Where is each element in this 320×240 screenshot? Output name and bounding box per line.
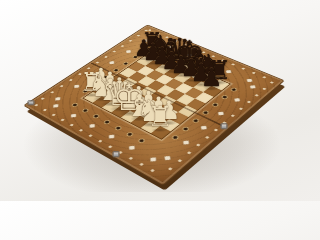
- dot-inlay: [98, 140, 102, 142]
- dot-inlay: [262, 88, 266, 90]
- diamond-inlay: [226, 70, 232, 73]
- dot-inlay: [70, 124, 74, 126]
- dot-inlay: [247, 101, 251, 103]
- diamond-inlay: [126, 50, 131, 53]
- dot-inlay: [252, 72, 255, 74]
- diamond-inlay: [92, 73, 97, 76]
- diamond-inlay: [142, 39, 147, 42]
- dot-inlay: [41, 97, 44, 99]
- dot-inlay: [196, 143, 200, 146]
- dot-inlay: [168, 167, 172, 170]
- dot-inlay: [150, 169, 154, 172]
- diamond-inlay: [206, 62, 211, 65]
- dot-inlay: [174, 40, 177, 42]
- diamond-inlay: [250, 85, 256, 88]
- dot-inlay: [148, 29, 151, 31]
- dot-inlay: [69, 79, 72, 81]
- diamond-inlay: [110, 61, 115, 64]
- dot-inlay: [35, 104, 39, 106]
- photo-scene: Hand-carved folding wooden chess set wit…: [0, 0, 300, 201]
- dot-inlay: [129, 40, 132, 42]
- dot-inlay: [221, 59, 224, 61]
- eye-inlay: [191, 118, 200, 124]
- dot-inlay: [52, 114, 56, 116]
- dot-inlay: [78, 73, 81, 75]
- dot-inlay: [60, 85, 63, 87]
- dot-inlay: [96, 61, 99, 63]
- diamond-inlay: [169, 46, 174, 49]
- dot-inlay: [79, 129, 83, 131]
- diamond-inlay: [164, 156, 170, 160]
- dot-inlay: [255, 94, 259, 96]
- diamond-inlay: [129, 146, 135, 150]
- eye-inlay: [131, 55, 139, 59]
- dot-inlay: [87, 67, 90, 69]
- dot-inlay: [89, 134, 93, 136]
- diamond-inlay: [218, 112, 224, 116]
- dot-inlay: [145, 30, 148, 32]
- diamond-inlay: [71, 114, 76, 118]
- diamond-inlay: [201, 126, 207, 130]
- dot-inlay: [270, 81, 274, 83]
- eye-inlay: [125, 131, 134, 137]
- diamond-inlay: [183, 140, 189, 144]
- eye-inlay: [171, 134, 180, 140]
- diamond-inlay: [187, 54, 192, 57]
- dot-inlay: [202, 51, 205, 53]
- diamond-inlay: [55, 97, 60, 100]
- dot-inlay: [231, 114, 235, 116]
- dot-inlay: [118, 151, 122, 154]
- dot-inlay: [242, 67, 245, 69]
- diamond-inlay: [74, 85, 79, 88]
- eye-inlay: [103, 119, 112, 125]
- dot-inlay: [239, 107, 243, 109]
- dot-inlay: [113, 50, 116, 52]
- dot-inlay: [214, 129, 218, 131]
- eye-inlay: [92, 82, 100, 87]
- dot-inlay: [121, 45, 124, 47]
- eye-inlay: [137, 138, 146, 144]
- dot-inlay: [183, 44, 186, 46]
- dot-inlay: [263, 76, 266, 78]
- dot-inlay: [51, 91, 54, 93]
- dot-inlay: [43, 109, 47, 111]
- eye-inlay: [181, 126, 190, 132]
- eye-inlay: [220, 94, 229, 99]
- eye-inlay: [230, 87, 239, 92]
- diamond-inlay: [150, 157, 156, 161]
- dot-inlay: [187, 151, 191, 154]
- eye-inlay: [114, 125, 123, 131]
- dot-inlay: [140, 163, 144, 166]
- diamond-inlay: [234, 98, 240, 102]
- dot-inlay: [137, 35, 140, 37]
- dot-inlay: [193, 47, 196, 49]
- dot-inlay: [231, 63, 234, 65]
- eye-inlay: [92, 114, 101, 119]
- dot-inlay: [205, 136, 209, 139]
- dot-inlay: [212, 55, 215, 57]
- eye-inlay: [112, 68, 120, 73]
- eye-inlay: [71, 102, 80, 107]
- diamond-inlay: [109, 135, 114, 139]
- diamond-inlay: [151, 39, 156, 42]
- eye-inlay: [122, 61, 130, 66]
- eye-inlay: [141, 49, 149, 53]
- eye-inlay: [81, 108, 90, 113]
- dot-inlay: [61, 119, 65, 121]
- dot-inlay: [108, 145, 112, 148]
- eye-inlay: [211, 102, 220, 107]
- diamond-inlay: [53, 104, 58, 108]
- dot-inlay: [166, 36, 169, 38]
- dot-inlay: [157, 33, 160, 35]
- dot-inlay: [129, 157, 133, 160]
- diamond-inlay: [247, 79, 253, 82]
- dot-inlay: [178, 159, 182, 162]
- eye-inlay: [102, 75, 110, 80]
- eye-inlay: [81, 89, 89, 94]
- dot-inlay: [104, 56, 107, 58]
- diamond-inlay: [90, 124, 95, 128]
- dot-inlay: [223, 121, 227, 123]
